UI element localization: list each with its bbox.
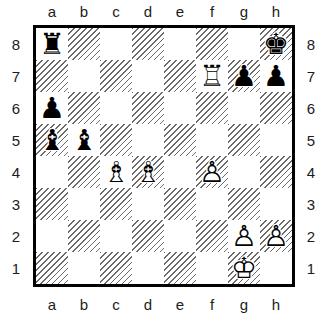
black-bishop-a5[interactable]: ♝ bbox=[36, 124, 68, 156]
square-b4[interactable] bbox=[68, 156, 100, 188]
piece-glyph: ♟ bbox=[39, 92, 65, 124]
square-f1[interactable] bbox=[196, 252, 228, 284]
square-f5[interactable] bbox=[196, 124, 228, 156]
square-d3[interactable] bbox=[132, 188, 164, 220]
rank-label-left-8: 8 bbox=[1, 28, 31, 60]
square-h5[interactable] bbox=[260, 124, 292, 156]
rank-label-right-5: 5 bbox=[296, 124, 326, 156]
square-b6[interactable] bbox=[68, 92, 100, 124]
file-label-top-e: e bbox=[164, 0, 196, 23]
rank-label-left-3: 3 bbox=[1, 188, 31, 220]
file-label-bottom-h: h bbox=[260, 289, 292, 319]
piece-glyph: ♟ bbox=[231, 60, 257, 92]
square-b5[interactable]: ♝ bbox=[68, 124, 100, 156]
file-label-bottom-c: c bbox=[100, 289, 132, 319]
rank-label-right-1: 1 bbox=[296, 252, 326, 284]
square-g7[interactable]: ♟ bbox=[228, 60, 260, 92]
rank-label-right-3: 3 bbox=[296, 188, 326, 220]
rank-label-right-6: 6 bbox=[296, 92, 326, 124]
square-h8[interactable]: ♚ bbox=[260, 28, 292, 60]
white-pawn-g2[interactable]: ♟♙ bbox=[228, 220, 260, 252]
square-d7[interactable] bbox=[132, 60, 164, 92]
square-f2[interactable] bbox=[196, 220, 228, 252]
square-e2[interactable] bbox=[164, 220, 196, 252]
rank-label-right-4: 4 bbox=[296, 156, 326, 188]
file-label-top-a: a bbox=[36, 0, 68, 23]
rank-label-left-7: 7 bbox=[1, 60, 31, 92]
square-c4[interactable]: ♝♗ bbox=[100, 156, 132, 188]
piece-outline-layer: ♙ bbox=[231, 220, 257, 252]
square-d5[interactable] bbox=[132, 124, 164, 156]
square-c6[interactable] bbox=[100, 92, 132, 124]
square-h7[interactable]: ♟ bbox=[260, 60, 292, 92]
piece-outline-layer: ♗ bbox=[135, 156, 161, 188]
square-c3[interactable] bbox=[100, 188, 132, 220]
rank-label-left-6: 6 bbox=[1, 92, 31, 124]
file-label-bottom-f: f bbox=[196, 289, 228, 319]
file-label-top-g: g bbox=[228, 0, 260, 23]
square-f4[interactable]: ♟♙ bbox=[196, 156, 228, 188]
square-h4[interactable] bbox=[260, 156, 292, 188]
square-e6[interactable] bbox=[164, 92, 196, 124]
white-king-g1[interactable]: ♚♔ bbox=[228, 252, 260, 284]
file-label-bottom-a: a bbox=[36, 289, 68, 319]
black-king-h8[interactable]: ♚ bbox=[260, 28, 292, 60]
piece-glyph: ♟ bbox=[263, 60, 289, 92]
piece-outline-layer: ♙ bbox=[199, 156, 225, 188]
square-c7[interactable] bbox=[100, 60, 132, 92]
square-g4[interactable] bbox=[228, 156, 260, 188]
piece-glyph: ♝ bbox=[39, 124, 65, 156]
square-c5[interactable] bbox=[100, 124, 132, 156]
square-d6[interactable] bbox=[132, 92, 164, 124]
black-pawn-a6[interactable]: ♟ bbox=[36, 92, 68, 124]
square-e8[interactable] bbox=[164, 28, 196, 60]
square-e5[interactable] bbox=[164, 124, 196, 156]
square-c8[interactable] bbox=[100, 28, 132, 60]
piece-glyph: ♚ bbox=[263, 28, 289, 60]
square-f3[interactable] bbox=[196, 188, 228, 220]
chess-diagram: abcdefgh 87654321 ♜♚♜♖♟♟♟♝♝♝♗♝♗♟♙♟♙♟♙♚♔ … bbox=[0, 0, 327, 327]
white-rook-f7[interactable]: ♜♖ bbox=[196, 60, 228, 92]
piece-outline-layer: ♖ bbox=[199, 60, 225, 92]
piece-glyph: ♜ bbox=[39, 28, 65, 60]
file-label-top-h: h bbox=[260, 0, 292, 23]
file-label-bottom-g: g bbox=[228, 289, 260, 319]
square-a4[interactable] bbox=[36, 156, 68, 188]
square-b1[interactable] bbox=[68, 252, 100, 284]
square-e3[interactable] bbox=[164, 188, 196, 220]
square-a3[interactable] bbox=[36, 188, 68, 220]
square-g5[interactable] bbox=[228, 124, 260, 156]
file-label-bottom-e: e bbox=[164, 289, 196, 319]
square-g6[interactable] bbox=[228, 92, 260, 124]
file-label-top-b: b bbox=[68, 0, 100, 23]
square-e1[interactable] bbox=[164, 252, 196, 284]
piece-outline-layer: ♔ bbox=[231, 252, 257, 284]
black-bishop-b5[interactable]: ♝ bbox=[68, 124, 100, 156]
rank-labels-left: 87654321 bbox=[1, 28, 31, 284]
rank-label-right-2: 2 bbox=[296, 220, 326, 252]
white-pawn-f4[interactable]: ♟♙ bbox=[196, 156, 228, 188]
piece-outline-layer: ♗ bbox=[103, 156, 129, 188]
file-label-top-c: c bbox=[100, 0, 132, 23]
square-g2[interactable]: ♟♙ bbox=[228, 220, 260, 252]
square-a6[interactable]: ♟ bbox=[36, 92, 68, 124]
square-f8[interactable] bbox=[196, 28, 228, 60]
file-label-top-f: f bbox=[196, 0, 228, 23]
board: ♜♚♜♖♟♟♟♝♝♝♗♝♗♟♙♟♙♟♙♚♔ bbox=[33, 25, 295, 287]
rank-label-left-4: 4 bbox=[1, 156, 31, 188]
square-d1[interactable] bbox=[132, 252, 164, 284]
square-c1[interactable] bbox=[100, 252, 132, 284]
file-label-bottom-d: d bbox=[132, 289, 164, 319]
rank-label-left-5: 5 bbox=[1, 124, 31, 156]
file-labels-top: abcdefgh bbox=[36, 0, 292, 23]
white-bishop-c4[interactable]: ♝♗ bbox=[100, 156, 132, 188]
square-g1[interactable]: ♚♔ bbox=[228, 252, 260, 284]
square-b7[interactable] bbox=[68, 60, 100, 92]
file-labels-bottom: abcdefgh bbox=[36, 289, 292, 319]
black-rook-a8[interactable]: ♜ bbox=[36, 28, 68, 60]
square-b3[interactable] bbox=[68, 188, 100, 220]
white-bishop-d4[interactable]: ♝♗ bbox=[132, 156, 164, 188]
square-a1[interactable] bbox=[36, 252, 68, 284]
piece-glyph: ♝ bbox=[71, 124, 97, 156]
rank-label-left-2: 2 bbox=[1, 220, 31, 252]
square-h2[interactable]: ♟♙ bbox=[260, 220, 292, 252]
file-label-bottom-b: b bbox=[68, 289, 100, 319]
rank-label-right-7: 7 bbox=[296, 60, 326, 92]
square-e4[interactable] bbox=[164, 156, 196, 188]
black-pawn-h7[interactable]: ♟ bbox=[260, 60, 292, 92]
square-d2[interactable] bbox=[132, 220, 164, 252]
square-a8[interactable]: ♜ bbox=[36, 28, 68, 60]
square-b2[interactable] bbox=[68, 220, 100, 252]
square-b8[interactable] bbox=[68, 28, 100, 60]
rank-label-left-1: 1 bbox=[1, 252, 31, 284]
black-pawn-g7[interactable]: ♟ bbox=[228, 60, 260, 92]
square-f6[interactable] bbox=[196, 92, 228, 124]
square-h3[interactable] bbox=[260, 188, 292, 220]
square-d8[interactable] bbox=[132, 28, 164, 60]
square-g3[interactable] bbox=[228, 188, 260, 220]
square-f7[interactable]: ♜♖ bbox=[196, 60, 228, 92]
square-e7[interactable] bbox=[164, 60, 196, 92]
square-c2[interactable] bbox=[100, 220, 132, 252]
square-d4[interactable]: ♝♗ bbox=[132, 156, 164, 188]
rank-label-right-8: 8 bbox=[296, 28, 326, 60]
square-a2[interactable] bbox=[36, 220, 68, 252]
square-a7[interactable] bbox=[36, 60, 68, 92]
square-g8[interactable] bbox=[228, 28, 260, 60]
piece-outline-layer: ♙ bbox=[263, 220, 289, 252]
square-h6[interactable] bbox=[260, 92, 292, 124]
square-h1[interactable] bbox=[260, 252, 292, 284]
file-label-top-d: d bbox=[132, 0, 164, 23]
white-pawn-h2[interactable]: ♟♙ bbox=[260, 220, 292, 252]
square-a5[interactable]: ♝ bbox=[36, 124, 68, 156]
rank-labels-right: 87654321 bbox=[296, 28, 326, 284]
